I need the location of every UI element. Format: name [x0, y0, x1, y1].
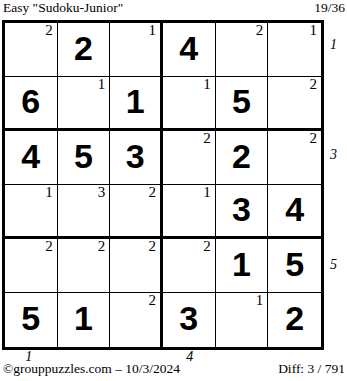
cell-r6c3[interactable]: 2 — [110, 293, 163, 347]
given-digit: 4 — [163, 23, 215, 76]
sudoku-grid: 221421611152453222132134222215512312 — [2, 20, 324, 350]
pencil-mark: 1 — [45, 184, 53, 201]
pencil-mark: 2 — [310, 76, 318, 93]
pencil-mark: 1 — [203, 184, 211, 201]
pencil-mark: 2 — [45, 238, 53, 255]
footer: ©grouppuzzles.com – 10/3/2024 Diff: 3 / … — [3, 361, 345, 377]
given-digit: 3 — [163, 293, 215, 347]
given-digit: 1 — [58, 293, 110, 347]
cell-r4c5[interactable]: 3 — [216, 185, 269, 239]
given-digit: 5 — [216, 77, 268, 128]
cell-r2c3[interactable]: 1 — [110, 77, 163, 131]
given-digit: 1 — [216, 239, 268, 292]
cell-r1c6[interactable]: 1 — [268, 23, 321, 77]
given-digit: 4 — [268, 185, 321, 236]
pencil-mark: 2 — [149, 238, 157, 255]
given-digit: 6 — [5, 77, 57, 128]
cell-r3c6[interactable]: 2 — [268, 131, 321, 185]
pencil-mark: 2 — [98, 238, 106, 255]
cell-r2c6[interactable]: 2 — [268, 77, 321, 131]
cell-r5c3[interactable]: 2 — [110, 239, 163, 293]
pencil-mark: 2 — [149, 292, 157, 309]
cell-r2c5[interactable]: 5 — [216, 77, 269, 131]
given-digit: 2 — [58, 23, 110, 76]
cell-r3c2[interactable]: 5 — [58, 131, 111, 185]
cell-r3c5[interactable]: 2 — [216, 131, 269, 185]
pencil-mark: 2 — [256, 22, 264, 39]
puzzle-title: Easy "Sudoku-Junior" — [3, 0, 123, 16]
given-digit: 5 — [268, 239, 321, 292]
cell-r4c1[interactable]: 1 — [5, 185, 58, 239]
cell-r4c6[interactable]: 4 — [268, 185, 321, 239]
cell-r4c3[interactable]: 2 — [110, 185, 163, 239]
row-label-3: 3 — [330, 148, 337, 162]
cell-r3c1[interactable]: 4 — [5, 131, 58, 185]
pencil-mark: 2 — [203, 238, 211, 255]
pencil-mark: 1 — [310, 22, 318, 39]
cell-r6c2[interactable]: 1 — [58, 293, 111, 347]
cell-r3c4[interactable]: 2 — [163, 131, 216, 185]
cell-r6c4[interactable]: 3 — [163, 293, 216, 347]
cell-r2c4[interactable]: 1 — [163, 77, 216, 131]
cell-r3c3[interactable]: 3 — [110, 131, 163, 185]
cell-r1c5[interactable]: 2 — [216, 23, 269, 77]
given-digit: 3 — [110, 131, 160, 184]
row-label-1: 1 — [330, 38, 337, 52]
pencil-mark: 2 — [203, 130, 211, 147]
given-digit: 2 — [268, 293, 321, 347]
pencil-mark: 1 — [256, 292, 264, 309]
cell-r5c6[interactable]: 5 — [268, 239, 321, 293]
given-digit: 4 — [5, 131, 57, 184]
cell-r5c5[interactable]: 1 — [216, 239, 269, 293]
pencil-mark: 1 — [203, 76, 211, 93]
given-digit: 3 — [216, 185, 268, 236]
cell-r5c4[interactable]: 2 — [163, 239, 216, 293]
cell-r1c4[interactable]: 4 — [163, 23, 216, 77]
header: Easy "Sudoku-Junior" 19/36 — [3, 0, 345, 16]
pencil-mark: 2 — [149, 184, 157, 201]
cell-r6c1[interactable]: 5 — [5, 293, 58, 347]
cell-r4c4[interactable]: 1 — [163, 185, 216, 239]
pencil-mark: 2 — [45, 22, 53, 39]
cell-r4c2[interactable]: 3 — [58, 185, 111, 239]
given-digit: 1 — [110, 77, 160, 128]
given-digit: 5 — [5, 293, 57, 347]
cell-r1c2[interactable]: 2 — [58, 23, 111, 77]
pencil-mark: 1 — [98, 76, 106, 93]
cell-r1c1[interactable]: 2 — [5, 23, 58, 77]
puzzle-counter: 19/36 — [314, 0, 345, 16]
cell-r5c2[interactable]: 2 — [58, 239, 111, 293]
given-digit: 2 — [216, 131, 268, 184]
difficulty-text: Diff: 3 / 791 — [278, 361, 345, 377]
pencil-mark: 1 — [149, 22, 157, 39]
pencil-mark: 3 — [98, 184, 106, 201]
given-digit: 5 — [58, 131, 110, 184]
cell-r1c3[interactable]: 1 — [110, 23, 163, 77]
cell-r6c6[interactable]: 2 — [268, 293, 321, 347]
cell-r6c5[interactable]: 1 — [216, 293, 269, 347]
row-label-5: 5 — [330, 258, 337, 272]
cell-r5c1[interactable]: 2 — [5, 239, 58, 293]
copyright-text: ©grouppuzzles.com – 10/3/2024 — [3, 361, 180, 377]
puzzle-page: Easy "Sudoku-Junior" 19/36 2214216111524… — [0, 0, 347, 381]
cell-r2c1[interactable]: 6 — [5, 77, 58, 131]
cell-r2c2[interactable]: 1 — [58, 77, 111, 131]
pencil-mark: 2 — [310, 130, 318, 147]
